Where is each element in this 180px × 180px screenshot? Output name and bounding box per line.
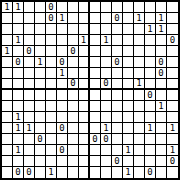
cell-r9c15[interactable] [156, 90, 167, 101]
cell-r4c3[interactable] [24, 35, 35, 46]
cell-r1c7[interactable] [68, 2, 79, 13]
cell-r16c9[interactable] [90, 167, 101, 178]
cell-r8c15[interactable] [156, 79, 167, 90]
cell-r3c4[interactable] [35, 24, 46, 35]
cell-r3c11[interactable] [112, 24, 123, 35]
cell-r12c4[interactable] [35, 123, 46, 134]
cell-r5c10[interactable] [101, 46, 112, 57]
cell-r4c9[interactable] [90, 35, 101, 46]
cell-r10c8[interactable] [79, 101, 90, 112]
cell-r4c11[interactable] [112, 35, 123, 46]
cell-r14c7[interactable] [68, 145, 79, 156]
cell-r11c8[interactable] [79, 112, 90, 123]
cell-r15c16: 0 [167, 156, 178, 167]
cell-r7c15: 0 [156, 68, 167, 79]
cell-r11c10[interactable] [101, 112, 112, 123]
cell-r4c1[interactable] [2, 35, 13, 46]
cell-r7c2[interactable] [13, 68, 24, 79]
cell-r7c8[interactable] [79, 68, 90, 79]
cell-r5c3: 0 [24, 46, 35, 57]
cell-r13c3[interactable] [24, 134, 35, 145]
cell-r16c4[interactable] [35, 167, 46, 178]
cell-r16c14: 0 [145, 167, 156, 178]
cell-r15c3[interactable] [24, 156, 35, 167]
cell-r7c6: 1 [57, 68, 68, 79]
cell-r12c1[interactable] [2, 123, 13, 134]
cell-r12c8[interactable] [79, 123, 90, 134]
cell-r2c3[interactable] [24, 13, 35, 24]
cell-r14c13[interactable] [134, 145, 145, 156]
cell-r13c11[interactable] [112, 134, 123, 145]
cell-r5c12[interactable] [123, 46, 134, 57]
cell-r6c4: 1 [35, 57, 46, 68]
cell-r4c2: 1 [13, 35, 24, 46]
cell-r7c4[interactable] [35, 68, 46, 79]
cell-r3c3[interactable] [24, 24, 35, 35]
cell-r16c1[interactable] [2, 167, 13, 178]
cell-r6c11: 0 [112, 57, 123, 68]
cell-r1c4[interactable] [35, 2, 46, 13]
cell-r14c9[interactable] [90, 145, 101, 156]
cell-r6c1[interactable] [2, 57, 13, 68]
cell-r6c5[interactable] [46, 57, 57, 68]
cell-r10c7[interactable] [68, 101, 79, 112]
cell-r1c12[interactable] [123, 2, 134, 13]
cell-r13c15[interactable] [156, 134, 167, 145]
cell-r12c5[interactable] [46, 123, 57, 134]
cell-r15c8[interactable] [79, 156, 90, 167]
cell-r14c5[interactable] [46, 145, 57, 156]
cell-r2c14[interactable] [145, 13, 156, 24]
cell-r15c10[interactable] [101, 156, 112, 167]
cell-r16c16[interactable] [167, 167, 178, 178]
cell-r8c6[interactable] [57, 79, 68, 90]
cell-r5c6[interactable] [57, 46, 68, 57]
cell-r7c13[interactable] [134, 68, 145, 79]
cell-r5c2[interactable] [13, 46, 24, 57]
cell-r11c6[interactable] [57, 112, 68, 123]
cell-r4c12[interactable] [123, 35, 134, 46]
cell-r11c11[interactable] [112, 112, 123, 123]
cell-r13c1[interactable] [2, 134, 13, 145]
cell-r8c3[interactable] [24, 79, 35, 90]
cell-r14c16: 1 [167, 145, 178, 156]
cell-r9c10[interactable] [101, 90, 112, 101]
cell-r16c3: 0 [24, 167, 35, 178]
cell-r14c11[interactable] [112, 145, 123, 156]
cell-r8c13: 1 [134, 79, 145, 90]
cell-r13c8[interactable] [79, 134, 90, 145]
cell-r1c13[interactable] [134, 2, 145, 13]
cell-r12c6: 0 [57, 123, 68, 134]
cell-r11c13[interactable] [134, 112, 145, 123]
cell-r8c11[interactable] [112, 79, 123, 90]
cell-r16c11[interactable] [112, 167, 123, 178]
cell-r13c10: 0 [101, 134, 112, 145]
cell-r13c14[interactable] [145, 134, 156, 145]
cell-r8c4[interactable] [35, 79, 46, 90]
cell-r8c9[interactable] [90, 79, 101, 90]
cell-r13c12[interactable] [123, 134, 134, 145]
cell-r14c4[interactable] [35, 145, 46, 156]
cell-r14c15[interactable] [156, 145, 167, 156]
cell-r13c4: 0 [35, 134, 46, 145]
cell-r15c6[interactable] [57, 156, 68, 167]
cell-r10c5[interactable] [46, 101, 57, 112]
cell-r9c11[interactable] [112, 90, 123, 101]
cell-r2c9[interactable] [90, 13, 101, 24]
cell-r8c1[interactable] [2, 79, 13, 90]
cell-r2c11: 0 [112, 13, 123, 24]
cell-r1c3[interactable] [24, 2, 35, 13]
cell-r3c7[interactable] [68, 24, 79, 35]
cell-r6c15: 0 [156, 57, 167, 68]
cell-r2c1[interactable] [2, 13, 13, 24]
cell-r9c16[interactable] [167, 90, 178, 101]
cell-r11c15[interactable] [156, 112, 167, 123]
cell-r12c14: 1 [145, 123, 156, 134]
cell-r6c13[interactable] [134, 57, 145, 68]
cell-r7c9[interactable] [90, 68, 101, 79]
cell-r7c16[interactable] [167, 68, 178, 79]
cell-r6c16[interactable] [167, 57, 178, 68]
cell-r11c7[interactable] [68, 112, 79, 123]
cell-r5c4[interactable] [35, 46, 46, 57]
cell-r1c11[interactable] [112, 2, 123, 13]
cell-r10c4[interactable] [35, 101, 46, 112]
cell-r16c7[interactable] [68, 167, 79, 178]
cell-r15c15[interactable] [156, 156, 167, 167]
cell-r6c8[interactable] [79, 57, 90, 68]
cell-r16c8[interactable] [79, 167, 90, 178]
cell-r3c15: 1 [156, 24, 167, 35]
cell-r7c14[interactable] [145, 68, 156, 79]
cell-r15c2[interactable] [13, 156, 24, 167]
cell-r9c8[interactable] [79, 90, 90, 101]
cell-r10c2[interactable] [13, 101, 24, 112]
cell-r9c2[interactable] [13, 90, 24, 101]
cell-r2c13: 1 [134, 13, 145, 24]
cell-r16c6[interactable] [57, 167, 68, 178]
cell-r6c6: 0 [57, 57, 68, 68]
cell-r8c10: 0 [101, 79, 112, 90]
cell-r9c4[interactable] [35, 90, 46, 101]
cell-r2c2[interactable] [13, 13, 24, 24]
cell-r11c16[interactable] [167, 112, 178, 123]
cell-r2c8[interactable] [79, 13, 90, 24]
cell-r10c13[interactable] [134, 101, 145, 112]
cell-r10c10[interactable] [101, 101, 112, 112]
cell-r3c8[interactable] [79, 24, 90, 35]
cell-r10c12[interactable] [123, 101, 134, 112]
puzzle-screenshot: 1100101111111010001000100010111101110001… [0, 0, 180, 180]
cell-r13c9: 0 [90, 134, 101, 145]
cell-r3c12[interactable] [123, 24, 134, 35]
cell-r11c2: 1 [13, 112, 24, 123]
cell-r9c14: 0 [145, 90, 156, 101]
cell-r7c5[interactable] [46, 68, 57, 79]
cell-r1c1: 1 [2, 2, 13, 13]
cell-r1c2: 1 [13, 2, 24, 13]
cell-r14c10[interactable] [101, 145, 112, 156]
cell-r2c15: 1 [156, 13, 167, 24]
cell-r8c7: 0 [68, 79, 79, 90]
cell-r10c9[interactable] [90, 101, 101, 112]
cell-r12c9[interactable] [90, 123, 101, 134]
cell-r10c16[interactable] [167, 101, 178, 112]
cell-r10c3[interactable] [24, 101, 35, 112]
cell-r13c7[interactable] [68, 134, 79, 145]
cell-r5c9[interactable] [90, 46, 101, 57]
cell-r4c10: 1 [101, 35, 112, 46]
cell-r1c16[interactable] [167, 2, 178, 13]
cell-r13c13[interactable] [134, 134, 145, 145]
cell-r2c7[interactable] [68, 13, 79, 24]
cell-r11c5[interactable] [46, 112, 57, 123]
cell-r2c5: 0 [46, 13, 57, 24]
cell-r6c9[interactable] [90, 57, 101, 68]
cell-r12c15[interactable] [156, 123, 167, 134]
cell-r5c14[interactable] [145, 46, 156, 57]
cell-r3c13[interactable] [134, 24, 145, 35]
cell-r7c12[interactable] [123, 68, 134, 79]
cell-r4c7[interactable] [68, 35, 79, 46]
cell-r16c13[interactable] [134, 167, 145, 178]
cell-r2c16[interactable] [167, 13, 178, 24]
cell-r9c9[interactable] [90, 90, 101, 101]
cell-r8c5[interactable] [46, 79, 57, 90]
cell-r9c6[interactable] [57, 90, 68, 101]
cell-r6c2: 0 [13, 57, 24, 68]
cell-r15c4[interactable] [35, 156, 46, 167]
cell-r15c9[interactable] [90, 156, 101, 167]
cell-r6c14[interactable] [145, 57, 156, 68]
cell-r13c2[interactable] [13, 134, 24, 145]
cell-r2c6: 1 [57, 13, 68, 24]
cell-r7c10[interactable] [101, 68, 112, 79]
cell-r15c11: 0 [112, 156, 123, 167]
cell-r6c10[interactable] [101, 57, 112, 68]
cell-r15c12[interactable] [123, 156, 134, 167]
cell-r12c11[interactable] [112, 123, 123, 134]
cell-r3c1[interactable] [2, 24, 13, 35]
cell-r9c3[interactable] [24, 90, 35, 101]
cell-r9c13[interactable] [134, 90, 145, 101]
cell-r13c5[interactable] [46, 134, 57, 145]
cell-r3c14: 1 [145, 24, 156, 35]
cell-r6c3[interactable] [24, 57, 35, 68]
cell-r3c2[interactable] [13, 24, 24, 35]
cell-r4c13[interactable] [134, 35, 145, 46]
cell-r1c15[interactable] [156, 2, 167, 13]
cell-r1c8[interactable] [79, 2, 90, 13]
cell-r3c5[interactable] [46, 24, 57, 35]
cell-r4c15[interactable] [156, 35, 167, 46]
cell-r14c2: 1 [13, 145, 24, 156]
cell-r9c5[interactable] [46, 90, 57, 101]
cell-r5c11[interactable] [112, 46, 123, 57]
cell-r4c16: 0 [167, 35, 178, 46]
cell-r16c12: 1 [123, 167, 134, 178]
cell-r7c11[interactable] [112, 68, 123, 79]
cell-r8c14[interactable] [145, 79, 156, 90]
cell-r14c14[interactable] [145, 145, 156, 156]
cell-r3c6[interactable] [57, 24, 68, 35]
cell-r2c10[interactable] [101, 13, 112, 24]
cell-r9c1[interactable] [2, 90, 13, 101]
cell-r15c7[interactable] [68, 156, 79, 167]
cell-r12c2: 1 [13, 123, 24, 134]
cell-r1c14[interactable] [145, 2, 156, 13]
cell-r15c13[interactable] [134, 156, 145, 167]
cell-r11c12[interactable] [123, 112, 134, 123]
cell-r16c15[interactable] [156, 167, 167, 178]
cell-r16c2: 0 [13, 167, 24, 178]
cell-r11c1[interactable] [2, 112, 13, 123]
cell-r1c9[interactable] [90, 2, 101, 13]
cell-r8c12[interactable] [123, 79, 134, 90]
cell-r11c3[interactable] [24, 112, 35, 123]
cell-r3c10[interactable] [101, 24, 112, 35]
cell-r8c8[interactable] [79, 79, 90, 90]
cell-r14c6: 0 [57, 145, 68, 156]
cell-r5c15[interactable] [156, 46, 167, 57]
cell-r8c2[interactable] [13, 79, 24, 90]
cell-r1c5: 0 [46, 2, 57, 13]
cell-r10c6[interactable] [57, 101, 68, 112]
cell-r12c3: 1 [24, 123, 35, 134]
cell-r14c3[interactable] [24, 145, 35, 156]
cell-r14c8[interactable] [79, 145, 90, 156]
cell-r1c10[interactable] [101, 2, 112, 13]
takuzu-board: 1100101111111010001000100010111101110001… [0, 0, 180, 180]
cell-r9c7[interactable] [68, 90, 79, 101]
cell-r16c5: 1 [46, 167, 57, 178]
cell-r7c3[interactable] [24, 68, 35, 79]
cell-r4c5[interactable] [46, 35, 57, 46]
cell-r5c16[interactable] [167, 46, 178, 57]
cell-r5c7: 0 [68, 46, 79, 57]
cell-r4c8: 1 [79, 35, 90, 46]
cell-r4c4[interactable] [35, 35, 46, 46]
cell-r12c16: 1 [167, 123, 178, 134]
cell-r4c6[interactable] [57, 35, 68, 46]
cell-r11c4[interactable] [35, 112, 46, 123]
cell-r5c5[interactable] [46, 46, 57, 57]
cell-r12c13[interactable] [134, 123, 145, 134]
cell-r9c12[interactable] [123, 90, 134, 101]
cell-r1c6[interactable] [57, 2, 68, 13]
cell-r12c7[interactable] [68, 123, 79, 134]
cell-r16c10[interactable] [101, 167, 112, 178]
cell-r11c14[interactable] [145, 112, 156, 123]
cell-r10c15: 1 [156, 101, 167, 112]
cell-r13c16[interactable] [167, 134, 178, 145]
cell-r13c6[interactable] [57, 134, 68, 145]
cell-r4c14[interactable] [145, 35, 156, 46]
cell-r7c1[interactable] [2, 68, 13, 79]
cell-r8c16[interactable] [167, 79, 178, 90]
cell-r11c9[interactable] [90, 112, 101, 123]
cell-r14c12: 1 [123, 145, 134, 156]
cell-r15c1[interactable] [2, 156, 13, 167]
cell-r3c9[interactable] [90, 24, 101, 35]
cell-r10c14[interactable] [145, 101, 156, 112]
cell-r2c4[interactable] [35, 13, 46, 24]
cell-r7c7[interactable] [68, 68, 79, 79]
cell-r10c11[interactable] [112, 101, 123, 112]
cell-r2c12[interactable] [123, 13, 134, 24]
cell-r5c1: 1 [2, 46, 13, 57]
cell-r12c10: 1 [101, 123, 112, 134]
cell-r5c8[interactable] [79, 46, 90, 57]
cell-r15c14[interactable] [145, 156, 156, 167]
cell-r15c5[interactable] [46, 156, 57, 167]
cell-r5c13[interactable] [134, 46, 145, 57]
cell-r12c12[interactable] [123, 123, 134, 134]
cell-r6c7[interactable] [68, 57, 79, 68]
cell-r14c1[interactable] [2, 145, 13, 156]
cell-r6c12[interactable] [123, 57, 134, 68]
cell-r10c1[interactable] [2, 101, 13, 112]
cell-r3c16[interactable] [167, 24, 178, 35]
